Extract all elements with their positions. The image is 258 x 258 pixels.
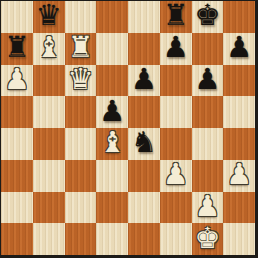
piece-white-bishop[interactable]: ♝ — [99, 128, 125, 157]
square-h2[interactable] — [223, 192, 255, 224]
piece-black-pawn[interactable]: ♟ — [163, 33, 189, 62]
square-c7[interactable]: ♜ — [65, 33, 97, 65]
square-d4[interactable]: ♝ — [96, 128, 128, 160]
piece-black-rook[interactable]: ♜ — [4, 33, 30, 62]
square-a7[interactable]: ♜ — [1, 33, 33, 65]
square-a6[interactable]: ♟ — [1, 65, 33, 97]
square-c8[interactable] — [65, 1, 97, 33]
square-a5[interactable] — [1, 96, 33, 128]
square-h1[interactable] — [223, 223, 255, 255]
square-e5[interactable] — [128, 96, 160, 128]
square-c6[interactable]: ♛ — [65, 65, 97, 97]
square-g3[interactable] — [192, 160, 224, 192]
square-h3[interactable]: ♟ — [223, 160, 255, 192]
square-b6[interactable] — [33, 65, 65, 97]
square-h5[interactable] — [223, 96, 255, 128]
piece-black-queen[interactable]: ♛ — [36, 1, 62, 30]
square-d8[interactable] — [96, 1, 128, 33]
square-b4[interactable] — [33, 128, 65, 160]
square-b1[interactable] — [33, 223, 65, 255]
square-f5[interactable] — [160, 96, 192, 128]
piece-white-king[interactable]: ♚ — [194, 224, 220, 253]
square-e4[interactable]: ♞ — [128, 128, 160, 160]
chess-board-frame: ♛♜♚♜♝♜♟♟♟♛♟♟♟♝♞♟♟♟♚ — [0, 0, 258, 258]
square-c5[interactable] — [65, 96, 97, 128]
square-h8[interactable] — [223, 1, 255, 33]
square-a2[interactable] — [1, 192, 33, 224]
square-f2[interactable] — [160, 192, 192, 224]
piece-white-pawn[interactable]: ♟ — [226, 160, 252, 189]
square-g5[interactable] — [192, 96, 224, 128]
square-c1[interactable] — [65, 223, 97, 255]
square-f8[interactable]: ♜ — [160, 1, 192, 33]
square-c2[interactable] — [65, 192, 97, 224]
square-h4[interactable] — [223, 128, 255, 160]
square-a1[interactable] — [1, 223, 33, 255]
piece-black-pawn[interactable]: ♟ — [194, 65, 220, 94]
square-d1[interactable] — [96, 223, 128, 255]
square-a4[interactable] — [1, 128, 33, 160]
square-e3[interactable] — [128, 160, 160, 192]
square-f7[interactable]: ♟ — [160, 33, 192, 65]
square-c4[interactable] — [65, 128, 97, 160]
square-f4[interactable] — [160, 128, 192, 160]
square-b8[interactable]: ♛ — [33, 1, 65, 33]
piece-white-pawn[interactable]: ♟ — [163, 160, 189, 189]
piece-black-pawn[interactable]: ♟ — [131, 65, 157, 94]
piece-white-pawn[interactable]: ♟ — [194, 192, 220, 221]
piece-white-pawn[interactable]: ♟ — [4, 65, 30, 94]
piece-black-king[interactable]: ♚ — [194, 1, 220, 30]
square-h6[interactable] — [223, 65, 255, 97]
square-g6[interactable]: ♟ — [192, 65, 224, 97]
square-g1[interactable]: ♚ — [192, 223, 224, 255]
square-e1[interactable] — [128, 223, 160, 255]
square-b5[interactable] — [33, 96, 65, 128]
square-g7[interactable] — [192, 33, 224, 65]
square-f3[interactable]: ♟ — [160, 160, 192, 192]
square-e6[interactable]: ♟ — [128, 65, 160, 97]
square-g8[interactable]: ♚ — [192, 1, 224, 33]
square-f1[interactable] — [160, 223, 192, 255]
square-e2[interactable] — [128, 192, 160, 224]
piece-black-knight[interactable]: ♞ — [131, 128, 157, 157]
piece-white-queen[interactable]: ♛ — [67, 65, 93, 94]
square-g4[interactable] — [192, 128, 224, 160]
square-d7[interactable] — [96, 33, 128, 65]
piece-black-pawn[interactable]: ♟ — [99, 97, 125, 126]
square-d2[interactable] — [96, 192, 128, 224]
square-h7[interactable]: ♟ — [223, 33, 255, 65]
square-e8[interactable] — [128, 1, 160, 33]
piece-white-bishop[interactable]: ♝ — [36, 33, 62, 62]
square-a8[interactable] — [1, 1, 33, 33]
piece-black-rook[interactable]: ♜ — [163, 1, 189, 30]
square-b7[interactable]: ♝ — [33, 33, 65, 65]
piece-white-rook[interactable]: ♜ — [67, 33, 93, 62]
square-g2[interactable]: ♟ — [192, 192, 224, 224]
square-d5[interactable]: ♟ — [96, 96, 128, 128]
chess-board: ♛♜♚♜♝♜♟♟♟♛♟♟♟♝♞♟♟♟♚ — [1, 1, 255, 255]
square-b2[interactable] — [33, 192, 65, 224]
piece-black-pawn[interactable]: ♟ — [226, 33, 252, 62]
square-d3[interactable] — [96, 160, 128, 192]
square-c3[interactable] — [65, 160, 97, 192]
square-a3[interactable] — [1, 160, 33, 192]
square-e7[interactable] — [128, 33, 160, 65]
square-b3[interactable] — [33, 160, 65, 192]
square-f6[interactable] — [160, 65, 192, 97]
square-d6[interactable] — [96, 65, 128, 97]
